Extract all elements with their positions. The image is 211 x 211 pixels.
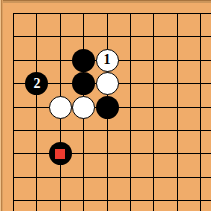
move-number-label: 2 (33, 77, 40, 91)
stone-black (72, 49, 95, 72)
go-stone-layer: 12 (2, 2, 211, 211)
stone-white (72, 96, 95, 119)
stone-black: 2 (25, 72, 48, 95)
go-board-diagram: 12 (0, 0, 211, 211)
move-number-label: 1 (104, 53, 111, 67)
board-edge-left (0, 0, 3, 211)
stone-black (49, 142, 72, 165)
board-edge-top (0, 0, 211, 3)
stone-white: 1 (96, 49, 119, 72)
stone-white (96, 72, 119, 95)
stone-black (96, 96, 119, 119)
red-square-mark-icon (55, 149, 65, 159)
stone-black (72, 72, 95, 95)
stone-white (49, 96, 72, 119)
